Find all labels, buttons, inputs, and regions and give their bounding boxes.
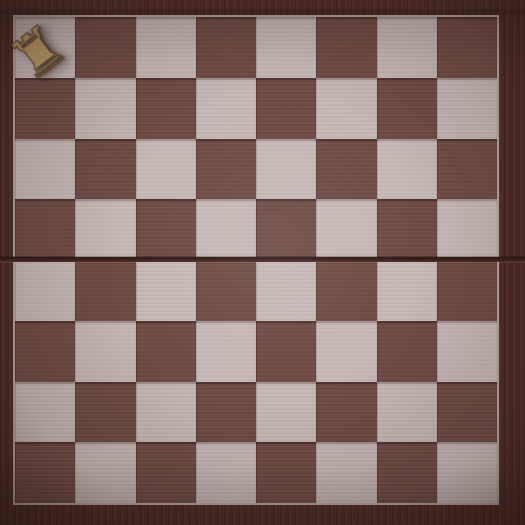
square-f5[interactable] <box>316 199 376 260</box>
square-c8[interactable] <box>136 17 196 78</box>
square-f7[interactable] <box>316 78 376 139</box>
square-a5[interactable] <box>15 199 75 260</box>
square-h1[interactable] <box>437 442 497 503</box>
square-e7[interactable] <box>256 78 316 139</box>
square-e6[interactable] <box>256 139 316 200</box>
square-f1[interactable] <box>316 442 376 503</box>
square-f6[interactable] <box>316 139 376 200</box>
square-a6[interactable] <box>15 139 75 200</box>
square-c2[interactable] <box>136 382 196 443</box>
square-d6[interactable] <box>196 139 256 200</box>
square-g6[interactable] <box>377 139 437 200</box>
square-b4[interactable] <box>75 260 135 321</box>
square-f4[interactable] <box>316 260 376 321</box>
square-g3[interactable] <box>377 321 437 382</box>
square-b8[interactable] <box>75 17 135 78</box>
square-e5[interactable] <box>256 199 316 260</box>
square-e4[interactable] <box>256 260 316 321</box>
square-b6[interactable] <box>75 139 135 200</box>
square-g2[interactable] <box>377 382 437 443</box>
square-c6[interactable] <box>136 139 196 200</box>
square-h8[interactable] <box>437 17 497 78</box>
square-f2[interactable] <box>316 382 376 443</box>
square-e3[interactable] <box>256 321 316 382</box>
square-g1[interactable] <box>377 442 437 503</box>
square-e1[interactable] <box>256 442 316 503</box>
square-f3[interactable] <box>316 321 376 382</box>
square-c7[interactable] <box>136 78 196 139</box>
square-b3[interactable] <box>75 321 135 382</box>
square-d3[interactable] <box>196 321 256 382</box>
square-g4[interactable] <box>377 260 437 321</box>
square-d4[interactable] <box>196 260 256 321</box>
square-c5[interactable] <box>136 199 196 260</box>
square-h2[interactable] <box>437 382 497 443</box>
square-c4[interactable] <box>136 260 196 321</box>
square-a4[interactable] <box>15 260 75 321</box>
square-g8[interactable] <box>377 17 437 78</box>
square-d1[interactable] <box>196 442 256 503</box>
square-b7[interactable] <box>75 78 135 139</box>
square-e8[interactable] <box>256 17 316 78</box>
square-a1[interactable] <box>15 442 75 503</box>
square-g5[interactable] <box>377 199 437 260</box>
square-h7[interactable] <box>437 78 497 139</box>
square-g7[interactable] <box>377 78 437 139</box>
square-h4[interactable] <box>437 260 497 321</box>
square-d2[interactable] <box>196 382 256 443</box>
square-c1[interactable] <box>136 442 196 503</box>
square-b2[interactable] <box>75 382 135 443</box>
square-a3[interactable] <box>15 321 75 382</box>
square-f8[interactable] <box>316 17 376 78</box>
square-b1[interactable] <box>75 442 135 503</box>
square-d5[interactable] <box>196 199 256 260</box>
square-h3[interactable] <box>437 321 497 382</box>
square-d7[interactable] <box>196 78 256 139</box>
square-h6[interactable] <box>437 139 497 200</box>
square-b5[interactable] <box>75 199 135 260</box>
board-frame: ♜ <box>0 0 525 525</box>
square-c3[interactable] <box>136 321 196 382</box>
square-d8[interactable] <box>196 17 256 78</box>
fold-seam <box>0 257 525 262</box>
square-a2[interactable] <box>15 382 75 443</box>
square-e2[interactable] <box>256 382 316 443</box>
square-h5[interactable] <box>437 199 497 260</box>
